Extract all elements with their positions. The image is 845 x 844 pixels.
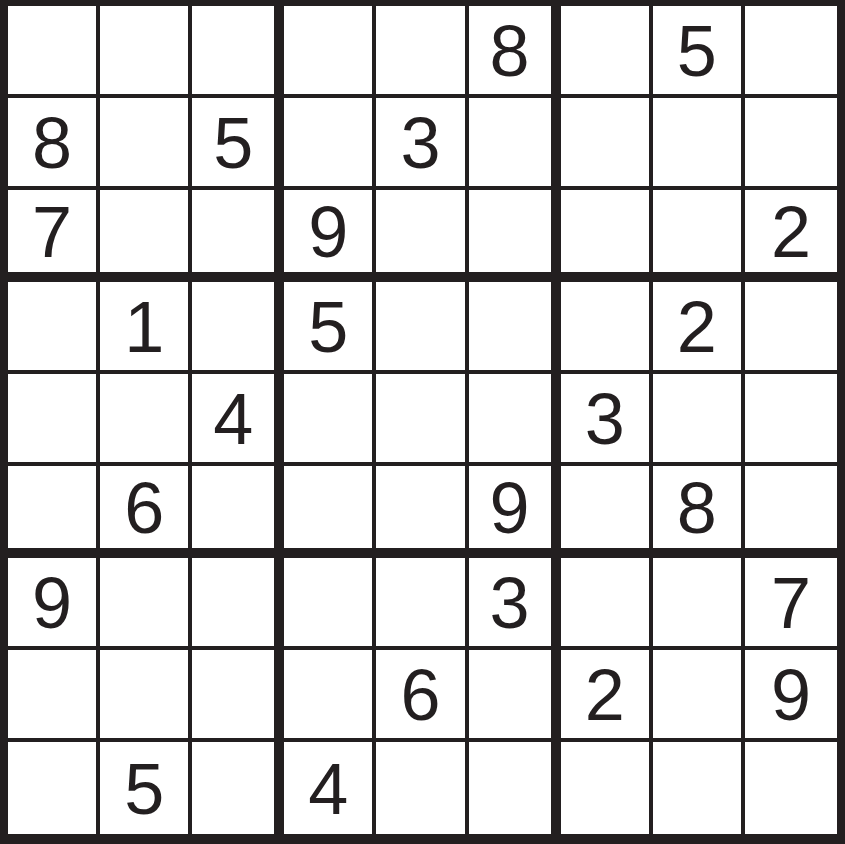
sudoku-board: 858537921524369893762954 [0,0,845,844]
cell-r4c5[interactable] [376,282,468,374]
cell-r4c7[interactable] [561,282,653,374]
cell-r1c7[interactable] [561,6,653,98]
cell-r3c6[interactable] [469,190,561,282]
cell-r9c1[interactable] [8,742,100,834]
cell-r2c6[interactable] [469,98,561,190]
given-digit: 4 [213,383,253,455]
cell-r9c4[interactable]: 4 [284,742,376,834]
cell-r9c5[interactable] [376,742,468,834]
cell-r8c5[interactable]: 6 [376,650,468,742]
cell-r4c3[interactable] [192,282,284,374]
cell-r4c2[interactable]: 1 [100,282,192,374]
cell-r7c6[interactable]: 3 [469,558,561,650]
given-digit: 5 [124,753,164,825]
cell-r8c4[interactable] [284,650,376,742]
given-digit: 7 [32,196,72,268]
cell-r4c4[interactable]: 5 [284,282,376,374]
cell-r6c8[interactable]: 8 [653,466,745,558]
cell-r1c6[interactable]: 8 [469,6,561,98]
given-digit: 5 [308,291,348,363]
cell-r4c8[interactable]: 2 [653,282,745,374]
cell-r1c8[interactable]: 5 [653,6,745,98]
cell-r8c9[interactable]: 9 [745,650,837,742]
cell-r5c3[interactable]: 4 [192,374,284,466]
cell-r6c5[interactable] [376,466,468,558]
cell-r3c7[interactable] [561,190,653,282]
cell-r6c6[interactable]: 9 [469,466,561,558]
cell-r6c7[interactable] [561,466,653,558]
cell-r4c1[interactable] [8,282,100,374]
cell-r5c9[interactable] [745,374,837,466]
cell-r2c7[interactable] [561,98,653,190]
cell-r5c4[interactable] [284,374,376,466]
given-digit: 9 [771,659,811,731]
given-digit: 5 [677,15,717,87]
cell-r7c7[interactable] [561,558,653,650]
given-digit: 6 [400,659,440,731]
cell-r3c2[interactable] [100,190,192,282]
cell-r6c2[interactable]: 6 [100,466,192,558]
given-digit: 2 [771,196,811,268]
cell-r3c4[interactable]: 9 [284,190,376,282]
cell-r7c3[interactable] [192,558,284,650]
cell-r9c8[interactable] [653,742,745,834]
given-digit: 3 [585,383,625,455]
cell-r7c5[interactable] [376,558,468,650]
cell-r8c6[interactable] [469,650,561,742]
given-digit: 2 [585,659,625,731]
cell-r7c8[interactable] [653,558,745,650]
cell-r9c6[interactable] [469,742,561,834]
cell-r7c4[interactable] [284,558,376,650]
cell-r3c5[interactable] [376,190,468,282]
cell-r1c4[interactable] [284,6,376,98]
cell-r1c5[interactable] [376,6,468,98]
cell-r8c7[interactable]: 2 [561,650,653,742]
given-digit: 2 [677,291,717,363]
cell-r7c2[interactable] [100,558,192,650]
cell-r7c9[interactable]: 7 [745,558,837,650]
given-digit: 7 [771,567,811,639]
cell-r9c3[interactable] [192,742,284,834]
given-digit: 8 [32,107,72,179]
cell-r1c2[interactable] [100,6,192,98]
cell-r2c2[interactable] [100,98,192,190]
cell-r2c3[interactable]: 5 [192,98,284,190]
cell-r6c4[interactable] [284,466,376,558]
cell-r5c8[interactable] [653,374,745,466]
cell-r1c3[interactable] [192,6,284,98]
cell-r1c9[interactable] [745,6,837,98]
cell-r2c5[interactable]: 3 [376,98,468,190]
given-digit: 9 [490,472,530,544]
cell-r1c1[interactable] [8,6,100,98]
cell-r3c3[interactable] [192,190,284,282]
cell-r8c3[interactable] [192,650,284,742]
cell-r6c3[interactable] [192,466,284,558]
cell-r2c4[interactable] [284,98,376,190]
cell-r9c9[interactable] [745,742,837,834]
cell-r2c1[interactable]: 8 [8,98,100,190]
cell-r4c9[interactable] [745,282,837,374]
given-digit: 8 [490,15,530,87]
cell-r7c1[interactable]: 9 [8,558,100,650]
given-digit: 4 [308,753,348,825]
cell-r5c7[interactable]: 3 [561,374,653,466]
cell-r5c5[interactable] [376,374,468,466]
cell-r3c9[interactable]: 2 [745,190,837,282]
cell-r4c6[interactable] [469,282,561,374]
given-digit: 1 [124,291,164,363]
cell-r5c6[interactable] [469,374,561,466]
cell-r2c8[interactable] [653,98,745,190]
cell-r5c2[interactable] [100,374,192,466]
cell-r9c2[interactable]: 5 [100,742,192,834]
given-digit: 3 [490,567,530,639]
cell-r9c7[interactable] [561,742,653,834]
cell-r8c1[interactable] [8,650,100,742]
given-digit: 9 [308,196,348,268]
cell-r3c1[interactable]: 7 [8,190,100,282]
given-digit: 5 [213,107,253,179]
cell-r3c8[interactable] [653,190,745,282]
given-digit: 8 [677,472,717,544]
cell-r2c9[interactable] [745,98,837,190]
cell-r8c8[interactable] [653,650,745,742]
cell-r8c2[interactable] [100,650,192,742]
cell-r5c1[interactable] [8,374,100,466]
given-digit: 3 [400,107,440,179]
cell-r6c1[interactable] [8,466,100,558]
given-digit: 9 [32,567,72,639]
given-digit: 6 [124,472,164,544]
cell-r6c9[interactable] [745,466,837,558]
